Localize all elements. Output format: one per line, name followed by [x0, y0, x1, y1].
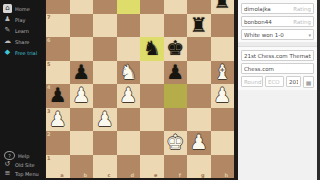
- square-h2[interactable]: [211, 131, 235, 155]
- sidebar-item-label: Old Site: [15, 162, 35, 168]
- round-field[interactable]: Round: [241, 76, 263, 87]
- square-f1[interactable]: f: [164, 155, 188, 179]
- black-rook-h8[interactable]: ♜: [211, 0, 235, 14]
- calendar-icon[interactable]: ▦: [303, 76, 314, 88]
- sidebar-item-free-trial[interactable]: ◆ Free trial: [0, 47, 45, 58]
- square-b5[interactable]: ♟: [70, 61, 94, 85]
- square-f5[interactable]: ♟: [164, 61, 188, 85]
- white-bishop-h5[interactable]: ♝: [211, 61, 235, 85]
- square-h7[interactable]: [211, 14, 235, 38]
- square-d5[interactable]: ♞: [117, 61, 141, 85]
- file-label-a: a: [60, 172, 63, 178]
- white-pawn-c3[interactable]: ♟: [93, 108, 117, 132]
- square-d2[interactable]: [117, 131, 141, 155]
- meta-row: Round ECO 2013.11.05 ▦: [241, 76, 314, 88]
- square-b6[interactable]: [70, 37, 94, 61]
- site-field[interactable]: Chess.com: [241, 63, 314, 74]
- tournament-value: 21st Chess.com Thematic Tournament - 1: [244, 53, 311, 59]
- board-stage: 8♜7♜6♞♚5♟♞♟♝4♟♟♟♟3♟♟2♚♟1abcdefgh: [45, 0, 238, 180]
- square-c8[interactable]: [93, 0, 117, 14]
- file-label-h: h: [224, 172, 228, 178]
- square-e7[interactable]: [140, 14, 164, 38]
- home-icon: ⌂: [3, 4, 12, 13]
- square-c3[interactable]: ♟: [93, 108, 117, 132]
- square-e5[interactable]: [140, 61, 164, 85]
- square-a4[interactable]: 4♟: [46, 84, 70, 108]
- square-f7[interactable]: [164, 14, 188, 38]
- sidebar-item-label: Home: [15, 6, 30, 12]
- file-label-b: b: [83, 172, 87, 178]
- square-g4[interactable]: [187, 84, 211, 108]
- square-f3[interactable]: [164, 108, 188, 132]
- white-pawn-h4[interactable]: ♟: [211, 84, 235, 108]
- eco-field[interactable]: ECO: [265, 76, 284, 87]
- sidebar-item-share[interactable]: ☁ Share: [0, 36, 45, 47]
- square-f8[interactable]: [164, 0, 188, 14]
- black-player-name: bonbon44: [244, 19, 293, 25]
- sidebar-item-label: Help: [18, 153, 29, 159]
- rank-label-2: 2: [47, 131, 50, 137]
- square-e1[interactable]: e: [140, 155, 164, 179]
- old-site-icon: ↺: [3, 160, 12, 169]
- square-e4[interactable]: [140, 84, 164, 108]
- square-c1[interactable]: c: [93, 155, 117, 179]
- square-a6[interactable]: 6: [46, 37, 70, 61]
- square-f2[interactable]: ♚: [164, 131, 188, 155]
- file-label-g: g: [201, 172, 205, 178]
- play-icon: ♟: [3, 15, 12, 24]
- round-placeholder: Round: [244, 79, 261, 85]
- sidebar-item-home[interactable]: ⌂ Home: [0, 3, 45, 14]
- square-b7[interactable]: [70, 14, 94, 38]
- sidebar-item-label: Share: [15, 39, 29, 45]
- square-g8[interactable]: [187, 0, 211, 14]
- rank-label-1: 1: [47, 155, 50, 161]
- square-c6[interactable]: [93, 37, 117, 61]
- square-a1[interactable]: 1a: [46, 155, 70, 179]
- chevron-down-icon: ▾: [308, 32, 311, 38]
- rank-label-7: 7: [47, 14, 50, 20]
- sidebar-item-help[interactable]: ? Help: [0, 151, 45, 160]
- square-b3[interactable]: [70, 108, 94, 132]
- eco-placeholder: ECO: [268, 79, 280, 85]
- white-pawn-b4[interactable]: ♟: [70, 84, 94, 108]
- game-info-panel: dimolajka Rating bonbon44 Rating White w…: [238, 0, 317, 180]
- square-a7[interactable]: 7: [46, 14, 70, 38]
- square-d3[interactable]: [117, 108, 141, 132]
- square-e2[interactable]: [140, 131, 164, 155]
- black-rook-g7[interactable]: ♜: [187, 14, 211, 38]
- square-c7[interactable]: [93, 14, 117, 38]
- square-a2[interactable]: 2: [46, 131, 70, 155]
- square-a3[interactable]: 3♟: [46, 108, 70, 132]
- square-h4[interactable]: ♟: [211, 84, 235, 108]
- square-b1[interactable]: b: [70, 155, 94, 179]
- square-g2[interactable]: ♟: [187, 131, 211, 155]
- square-h3[interactable]: [211, 108, 235, 132]
- white-pawn-d4[interactable]: ♟: [117, 84, 141, 108]
- sidebar-item-label: Learn: [15, 28, 29, 34]
- square-h6[interactable]: [211, 37, 235, 61]
- square-h5[interactable]: ♝: [211, 61, 235, 85]
- form-divider: [238, 42, 317, 47]
- site-value: Chess.com: [244, 66, 311, 72]
- black-player-field[interactable]: bonbon44 Rating: [241, 16, 314, 27]
- black-rating-placeholder: Rating: [293, 19, 311, 25]
- black-pawn-b5[interactable]: ♟: [70, 61, 94, 85]
- result-select[interactable]: White won 1-0 ▾: [241, 29, 314, 40]
- square-h8[interactable]: ♜: [211, 0, 235, 14]
- white-pawn-g2[interactable]: ♟: [187, 131, 211, 155]
- square-d7[interactable]: [117, 14, 141, 38]
- share-icon: ☁: [3, 37, 12, 46]
- date-field[interactable]: 2013.11.05: [286, 76, 301, 87]
- black-pawn-a4[interactable]: ♟: [46, 84, 70, 108]
- white-king-f2[interactable]: ♚: [164, 131, 188, 155]
- square-a8[interactable]: 8: [46, 0, 70, 14]
- square-e6[interactable]: ♞: [140, 37, 164, 61]
- square-h1[interactable]: h: [211, 155, 235, 179]
- file-label-c: c: [108, 172, 111, 178]
- sidebar-item-label: Top Menu: [15, 171, 39, 177]
- sidebar-bottom-nav: ? Help ↺ Old Site ≡ Top Menu: [0, 151, 45, 178]
- square-g1[interactable]: g: [187, 155, 211, 179]
- sidebar-item-play[interactable]: ♟ Play: [0, 14, 45, 25]
- black-knight-e6[interactable]: ♞: [140, 37, 164, 61]
- date-value: 2013.11.05: [289, 79, 298, 85]
- learn-icon: ✎: [3, 26, 12, 35]
- sidebar-item-old-site[interactable]: ↺ Old Site: [0, 160, 45, 169]
- white-player-name: dimolajka: [244, 6, 293, 12]
- white-pawn-a3[interactable]: ♟: [46, 108, 70, 132]
- black-king-f6[interactable]: ♚: [164, 37, 188, 61]
- menu-icon: ≡: [3, 169, 12, 178]
- white-knight-d5[interactable]: ♞: [117, 61, 141, 85]
- square-a5[interactable]: 5: [46, 61, 70, 85]
- sidebar-nav: ⌂ Home ♟ Play ✎ Learn ☁ Share ◆ Free tri…: [0, 0, 45, 58]
- square-b8[interactable]: [70, 0, 94, 14]
- white-rating-placeholder: Rating: [293, 6, 311, 12]
- sidebar: ⌂ Home ♟ Play ✎ Learn ☁ Share ◆ Free tri…: [0, 0, 45, 180]
- rank-label-5: 5: [47, 61, 50, 67]
- black-pawn-f5[interactable]: ♟: [164, 61, 188, 85]
- square-f6[interactable]: ♚: [164, 37, 188, 61]
- square-e8[interactable]: [140, 0, 164, 14]
- square-g3[interactable]: [187, 108, 211, 132]
- square-e3[interactable]: [140, 108, 164, 132]
- file-label-f: f: [179, 172, 181, 178]
- square-d6[interactable]: [117, 37, 141, 61]
- rank-label-6: 6: [47, 37, 50, 43]
- chess-board[interactable]: 8♜7♜6♞♚5♟♞♟♝4♟♟♟♟3♟♟2♚♟1abcdefgh: [46, 0, 234, 178]
- square-b2[interactable]: [70, 131, 94, 155]
- square-d8[interactable]: [117, 0, 141, 14]
- square-g5[interactable]: [187, 61, 211, 85]
- square-c5[interactable]: [93, 61, 117, 85]
- square-f4[interactable]: [164, 84, 188, 108]
- gem-icon: ◆: [3, 48, 12, 57]
- square-d1[interactable]: d: [117, 155, 141, 179]
- tournament-field[interactable]: 21st Chess.com Thematic Tournament - 1: [241, 50, 314, 61]
- white-player-field[interactable]: dimolajka Rating: [241, 3, 314, 14]
- square-c4[interactable]: [93, 84, 117, 108]
- result-value: White won 1-0: [244, 32, 308, 38]
- square-g7[interactable]: ♜: [187, 14, 211, 38]
- sidebar-item-label: Free trial: [15, 50, 37, 56]
- help-icon: ?: [4, 151, 15, 160]
- square-d4[interactable]: ♟: [117, 84, 141, 108]
- square-g6[interactable]: [187, 37, 211, 61]
- sidebar-item-top-menu[interactable]: ≡ Top Menu: [0, 169, 45, 178]
- file-label-e: e: [154, 172, 157, 178]
- game-form: dimolajka Rating bonbon44 Rating White w…: [238, 0, 317, 90]
- square-c2[interactable]: [93, 131, 117, 155]
- sidebar-item-label: Play: [15, 17, 25, 23]
- file-label-d: d: [130, 172, 134, 178]
- square-b4[interactable]: ♟: [70, 84, 94, 108]
- sidebar-item-learn[interactable]: ✎ Learn: [0, 25, 45, 36]
